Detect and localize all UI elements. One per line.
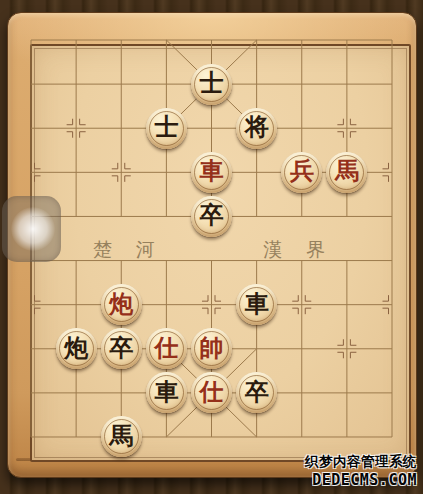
piece-glyph: 車 bbox=[154, 380, 178, 404]
piece-glyph: 馬 bbox=[109, 424, 133, 448]
piece-black-soldier[interactable]: 卒 bbox=[101, 328, 142, 369]
piece-red-general[interactable]: 帥 bbox=[191, 328, 232, 369]
piece-grid[interactable]: 士士将車兵馬卒炮車炮卒仕帥車仕卒馬 bbox=[8, 18, 414, 459]
piece-black-advisor[interactable]: 士 bbox=[191, 64, 232, 105]
floating-assistive-button[interactable] bbox=[2, 196, 61, 262]
piece-glyph: 帥 bbox=[200, 336, 224, 360]
piece-glyph: 卒 bbox=[109, 336, 133, 360]
piece-glyph: 炮 bbox=[64, 336, 88, 360]
piece-glyph: 士 bbox=[200, 71, 224, 95]
piece-black-chariot[interactable]: 車 bbox=[146, 372, 187, 413]
piece-glyph: 車 bbox=[200, 159, 224, 183]
piece-red-soldier[interactable]: 兵 bbox=[281, 152, 322, 193]
piece-glyph: 卒 bbox=[245, 380, 269, 404]
piece-black-soldier[interactable]: 卒 bbox=[236, 372, 277, 413]
piece-black-advisor[interactable]: 士 bbox=[146, 108, 187, 149]
piece-glyph: 兵 bbox=[290, 159, 314, 183]
watermark: 织梦内容管理系统 DEDECMS.COM bbox=[305, 453, 417, 489]
watermark-chinese-text: 织梦内容管理系统 bbox=[305, 453, 417, 471]
piece-red-cannon[interactable]: 炮 bbox=[101, 284, 142, 325]
piece-glyph: 仕 bbox=[200, 380, 224, 404]
piece-red-advisor[interactable]: 仕 bbox=[191, 372, 232, 413]
piece-black-soldier[interactable]: 卒 bbox=[191, 196, 232, 237]
piece-black-cannon[interactable]: 炮 bbox=[56, 328, 97, 369]
piece-glyph: 士 bbox=[154, 115, 178, 139]
piece-red-horse[interactable]: 馬 bbox=[326, 152, 367, 193]
piece-glyph: 馬 bbox=[335, 159, 359, 183]
piece-glyph: 車 bbox=[245, 292, 269, 316]
piece-glyph: 将 bbox=[245, 115, 269, 139]
watermark-domain-text: DEDECMS.COM bbox=[305, 471, 417, 489]
piece-glyph: 卒 bbox=[200, 203, 224, 227]
piece-black-general[interactable]: 将 bbox=[236, 108, 277, 149]
piece-glyph: 仕 bbox=[154, 336, 178, 360]
assistive-touch-circle-icon bbox=[11, 207, 55, 251]
piece-glyph: 炮 bbox=[109, 292, 133, 316]
piece-red-chariot[interactable]: 車 bbox=[191, 152, 232, 193]
piece-black-horse[interactable]: 馬 bbox=[101, 416, 142, 457]
screen: 楚河 漢界 士士将車兵馬卒炮車炮卒仕帥車仕卒馬 织梦内容管理系统 DEDECMS… bbox=[0, 0, 423, 494]
piece-red-advisor[interactable]: 仕 bbox=[146, 328, 187, 369]
piece-black-chariot[interactable]: 車 bbox=[236, 284, 277, 325]
